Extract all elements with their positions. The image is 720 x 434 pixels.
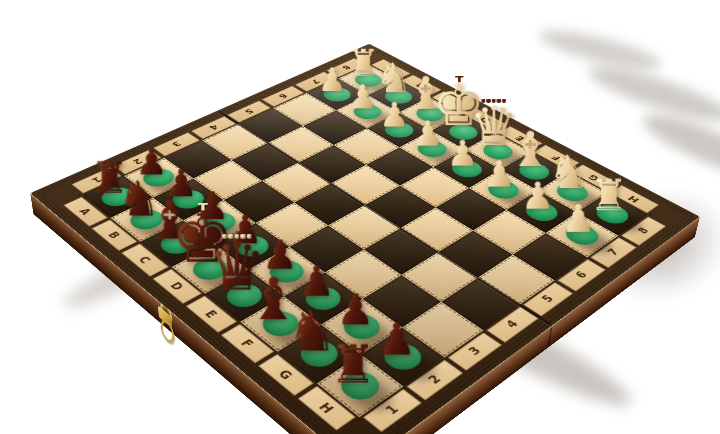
piece-white-pawn-h7[interactable]: ♟ <box>537 200 620 238</box>
queen-ball-finials <box>192 233 282 238</box>
rook-glyph: ♜ <box>329 338 376 391</box>
piece-cast-shadow <box>637 104 720 188</box>
king-cross-finial <box>201 198 204 210</box>
chessboard: ABCDEFGH ABCDEFGH 87654321 87654321 ♜♞♝♚… <box>30 44 700 434</box>
pawn-glyph: ♟ <box>561 200 595 238</box>
piece-cast-shadow <box>537 23 664 77</box>
chess-set-photo: ABCDEFGH ABCDEFGH 87654321 87654321 ♜♞♝♚… <box>0 0 720 434</box>
king-cross-finial <box>457 72 460 82</box>
queen-ball-finials <box>456 98 531 102</box>
piece-dark-rook-h1[interactable]: ♜ <box>304 338 402 391</box>
piece-cast-shadow <box>584 58 720 131</box>
fold-seam-edge <box>547 327 552 348</box>
